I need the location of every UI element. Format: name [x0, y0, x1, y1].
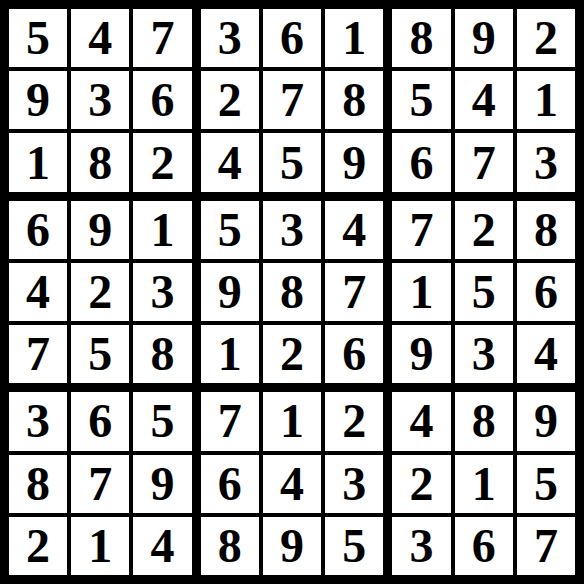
cell-r6c8[interactable]: 3: [455, 325, 513, 383]
cell-r4c7[interactable]: 7: [392, 201, 450, 259]
cell-r4c4[interactable]: 5: [201, 201, 259, 259]
cell-r1c4[interactable]: 3: [201, 9, 259, 67]
cell-r6c2[interactable]: 5: [71, 325, 129, 383]
cell-r2c4[interactable]: 2: [201, 71, 259, 129]
cell-r4c3[interactable]: 1: [133, 201, 191, 259]
cell-r4c9[interactable]: 8: [517, 201, 575, 259]
cell-r2c2[interactable]: 3: [71, 71, 129, 129]
cell-r1c2[interactable]: 4: [71, 9, 129, 67]
cell-r2c6[interactable]: 8: [325, 71, 383, 129]
cell-r1c5[interactable]: 6: [263, 9, 321, 67]
cell-r7c6[interactable]: 2: [325, 392, 383, 450]
cell-r6c6[interactable]: 6: [325, 325, 383, 383]
cell-r8c4[interactable]: 6: [201, 455, 259, 513]
cell-r2c9[interactable]: 1: [517, 71, 575, 129]
sudoku-box-3: 892541673: [392, 9, 575, 192]
cell-r1c1[interactable]: 5: [9, 9, 67, 67]
cell-r4c6[interactable]: 4: [325, 201, 383, 259]
cell-r8c3[interactable]: 9: [133, 455, 191, 513]
cell-r5c9[interactable]: 6: [517, 263, 575, 321]
cell-r3c5[interactable]: 5: [263, 133, 321, 191]
cell-r7c8[interactable]: 8: [455, 392, 513, 450]
cell-r8c9[interactable]: 5: [517, 455, 575, 513]
cell-r9c2[interactable]: 1: [71, 517, 129, 575]
cell-r5c4[interactable]: 9: [201, 263, 259, 321]
cell-r8c8[interactable]: 1: [455, 455, 513, 513]
cell-r3c1[interactable]: 1: [9, 133, 67, 191]
cell-r9c4[interactable]: 8: [201, 517, 259, 575]
cell-r8c2[interactable]: 7: [71, 455, 129, 513]
cell-r9c9[interactable]: 7: [517, 517, 575, 575]
cell-r3c2[interactable]: 8: [71, 133, 129, 191]
sudoku-box-5: 534987126: [201, 201, 384, 384]
cell-r5c2[interactable]: 2: [71, 263, 129, 321]
cell-r8c5[interactable]: 4: [263, 455, 321, 513]
cell-r8c1[interactable]: 8: [9, 455, 67, 513]
cell-r5c5[interactable]: 8: [263, 263, 321, 321]
sudoku-box-2: 361278459: [201, 9, 384, 192]
cell-r7c7[interactable]: 4: [392, 392, 450, 450]
cell-r5c6[interactable]: 7: [325, 263, 383, 321]
cell-r6c1[interactable]: 7: [9, 325, 67, 383]
cell-r2c3[interactable]: 6: [133, 71, 191, 129]
cell-r4c2[interactable]: 9: [71, 201, 129, 259]
cell-r9c7[interactable]: 3: [392, 517, 450, 575]
cell-r7c5[interactable]: 1: [263, 392, 321, 450]
cell-r7c9[interactable]: 9: [517, 392, 575, 450]
cell-r8c7[interactable]: 2: [392, 455, 450, 513]
cell-r6c3[interactable]: 8: [133, 325, 191, 383]
cell-r9c5[interactable]: 9: [263, 517, 321, 575]
cell-r1c9[interactable]: 2: [517, 9, 575, 67]
cell-r3c4[interactable]: 4: [201, 133, 259, 191]
sudoku-box-1: 547936182: [9, 9, 192, 192]
cell-r7c3[interactable]: 5: [133, 392, 191, 450]
cell-r5c7[interactable]: 1: [392, 263, 450, 321]
sudoku-box-7: 365879214: [9, 392, 192, 575]
cell-r4c8[interactable]: 2: [455, 201, 513, 259]
cell-r1c8[interactable]: 9: [455, 9, 513, 67]
cell-r2c8[interactable]: 4: [455, 71, 513, 129]
cell-r3c6[interactable]: 9: [325, 133, 383, 191]
sudoku-board: 5479361823612784598925416736914237585349…: [0, 0, 584, 584]
cell-r7c1[interactable]: 3: [9, 392, 67, 450]
cell-r5c3[interactable]: 3: [133, 263, 191, 321]
cell-r7c4[interactable]: 7: [201, 392, 259, 450]
cell-r8c6[interactable]: 3: [325, 455, 383, 513]
cell-r6c5[interactable]: 2: [263, 325, 321, 383]
cell-r9c8[interactable]: 6: [455, 517, 513, 575]
cell-r2c1[interactable]: 9: [9, 71, 67, 129]
cell-r3c9[interactable]: 3: [517, 133, 575, 191]
sudoku-box-6: 728156934: [392, 201, 575, 384]
cell-r6c9[interactable]: 4: [517, 325, 575, 383]
sudoku-box-9: 489215367: [392, 392, 575, 575]
cell-r9c3[interactable]: 4: [133, 517, 191, 575]
cell-r2c5[interactable]: 7: [263, 71, 321, 129]
cell-r5c8[interactable]: 5: [455, 263, 513, 321]
cell-r3c3[interactable]: 2: [133, 133, 191, 191]
cell-r5c1[interactable]: 4: [9, 263, 67, 321]
cell-r3c7[interactable]: 6: [392, 133, 450, 191]
cell-r4c5[interactable]: 3: [263, 201, 321, 259]
cell-r6c4[interactable]: 1: [201, 325, 259, 383]
cell-r3c8[interactable]: 7: [455, 133, 513, 191]
cell-r9c6[interactable]: 5: [325, 517, 383, 575]
cell-r9c1[interactable]: 2: [9, 517, 67, 575]
cell-r1c3[interactable]: 7: [133, 9, 191, 67]
cell-r4c1[interactable]: 6: [9, 201, 67, 259]
cell-r1c7[interactable]: 8: [392, 9, 450, 67]
cell-r2c7[interactable]: 5: [392, 71, 450, 129]
sudoku-box-8: 712643895: [201, 392, 384, 575]
cell-r6c7[interactable]: 9: [392, 325, 450, 383]
cell-r1c6[interactable]: 1: [325, 9, 383, 67]
cell-r7c2[interactable]: 6: [71, 392, 129, 450]
sudoku-box-4: 691423758: [9, 201, 192, 384]
